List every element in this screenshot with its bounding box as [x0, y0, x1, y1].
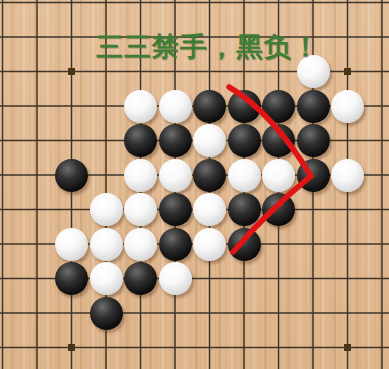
annotation-text: 三三禁手，黑负！	[96, 29, 320, 65]
gomoku-board[interactable]: 三三禁手，黑负！	[0, 0, 389, 369]
forbidden-move-marker-line	[229, 87, 311, 252]
